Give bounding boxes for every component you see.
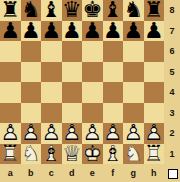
square-b7[interactable]: ♟ (21, 21, 42, 42)
white-bishop[interactable]: ♝♗ (41, 144, 61, 165)
black-pawn[interactable]: ♟ (41, 21, 61, 42)
file-label-e: e (82, 164, 103, 182)
square-h7[interactable]: ♟ (144, 21, 165, 42)
white-knight[interactable]: ♞♘ (123, 144, 143, 165)
black-pawn[interactable]: ♟ (103, 21, 123, 42)
square-h5[interactable] (144, 62, 165, 83)
file-label-h: h (144, 164, 165, 182)
file-label-c: c (41, 164, 62, 182)
square-a7[interactable]: ♟ (0, 21, 21, 42)
square-a4[interactable] (0, 82, 21, 103)
square-h6[interactable] (144, 41, 165, 62)
file-label-g: g (123, 164, 144, 182)
white-piece-outline: ♘ (123, 144, 143, 165)
square-e1[interactable]: ♚♔ (82, 144, 103, 165)
rank-label-8: 8 (164, 0, 180, 21)
square-g5[interactable] (123, 62, 144, 83)
square-f5[interactable] (103, 62, 124, 83)
square-d7[interactable]: ♟ (62, 21, 83, 42)
square-h1[interactable]: ♜♖ (144, 144, 165, 165)
square-a1[interactable]: ♜♖ (0, 144, 21, 165)
square-e7[interactable]: ♟ (82, 21, 103, 42)
rank-label-6: 6 (164, 41, 180, 62)
square-g4[interactable] (123, 82, 144, 103)
square-b6[interactable] (21, 41, 42, 62)
black-pawn[interactable]: ♟ (82, 21, 102, 42)
square-g7[interactable]: ♟ (123, 21, 144, 42)
square-e5[interactable] (82, 62, 103, 83)
white-knight[interactable]: ♞♘ (21, 144, 41, 165)
square-b1[interactable]: ♞♘ (21, 144, 42, 165)
square-c5[interactable] (41, 62, 62, 83)
white-piece-outline: ♔ (82, 144, 102, 165)
square-d4[interactable] (62, 82, 83, 103)
white-piece-outline: ♕ (62, 144, 82, 165)
white-piece-outline: ♗ (41, 144, 61, 165)
white-queen[interactable]: ♛♕ (62, 144, 82, 165)
square-f7[interactable]: ♟ (103, 21, 124, 42)
black-pawn[interactable]: ♟ (0, 21, 20, 42)
file-label-d: d (62, 164, 83, 182)
rank-label-4: 4 (164, 82, 180, 103)
black-pawn[interactable]: ♟ (123, 21, 143, 42)
square-e6[interactable] (82, 41, 103, 62)
square-f6[interactable] (103, 41, 124, 62)
rank-label-1: 1 (164, 144, 180, 165)
rank-label-2: 2 (164, 123, 180, 144)
file-label-b: b (21, 164, 42, 182)
square-d5[interactable] (62, 62, 83, 83)
square-g1[interactable]: ♞♘ (123, 144, 144, 165)
square-d1[interactable]: ♛♕ (62, 144, 83, 165)
white-king[interactable]: ♚♔ (82, 144, 102, 165)
square-d6[interactable] (62, 41, 83, 62)
rank-label-7: 7 (164, 21, 180, 42)
white-rook[interactable]: ♜♖ (144, 144, 164, 165)
square-a5[interactable] (0, 62, 21, 83)
square-h4[interactable] (144, 82, 165, 103)
side-to-move-indicator (168, 169, 178, 179)
white-rook[interactable]: ♜♖ (0, 144, 20, 165)
file-label-f: f (103, 164, 124, 182)
square-c7[interactable]: ♟ (41, 21, 62, 42)
file-coordinates: abcdefgh (0, 164, 164, 182)
square-a6[interactable] (0, 41, 21, 62)
board: ♜♞♝♛♚♝♞♜♟♟♟♟♟♟♟♟♟♙♟♙♟♙♟♙♟♙♟♙♟♙♟♙♜♖♞♘♝♗♛♕… (0, 0, 164, 164)
rank-label-5: 5 (164, 62, 180, 83)
square-e4[interactable] (82, 82, 103, 103)
white-piece-outline: ♖ (0, 144, 20, 165)
square-b5[interactable] (21, 62, 42, 83)
black-pawn[interactable]: ♟ (21, 21, 41, 42)
square-b4[interactable] (21, 82, 42, 103)
file-label-a: a (0, 164, 21, 182)
square-c6[interactable] (41, 41, 62, 62)
chess-app-window: ♜♞♝♛♚♝♞♜♟♟♟♟♟♟♟♟♟♙♟♙♟♙♟♙♟♙♟♙♟♙♟♙♜♖♞♘♝♗♛♕… (0, 0, 180, 182)
square-c1[interactable]: ♝♗ (41, 144, 62, 165)
square-g6[interactable] (123, 41, 144, 62)
black-pawn[interactable]: ♟ (144, 21, 164, 42)
square-c4[interactable] (41, 82, 62, 103)
white-piece-outline: ♗ (103, 144, 123, 165)
black-pawn[interactable]: ♟ (62, 21, 82, 42)
rank-coordinates: 87654321 (164, 0, 180, 164)
square-f1[interactable]: ♝♗ (103, 144, 124, 165)
square-f4[interactable] (103, 82, 124, 103)
white-piece-outline: ♘ (21, 144, 41, 165)
rank-label-3: 3 (164, 103, 180, 124)
white-piece-outline: ♖ (144, 144, 164, 165)
white-bishop[interactable]: ♝♗ (103, 144, 123, 165)
